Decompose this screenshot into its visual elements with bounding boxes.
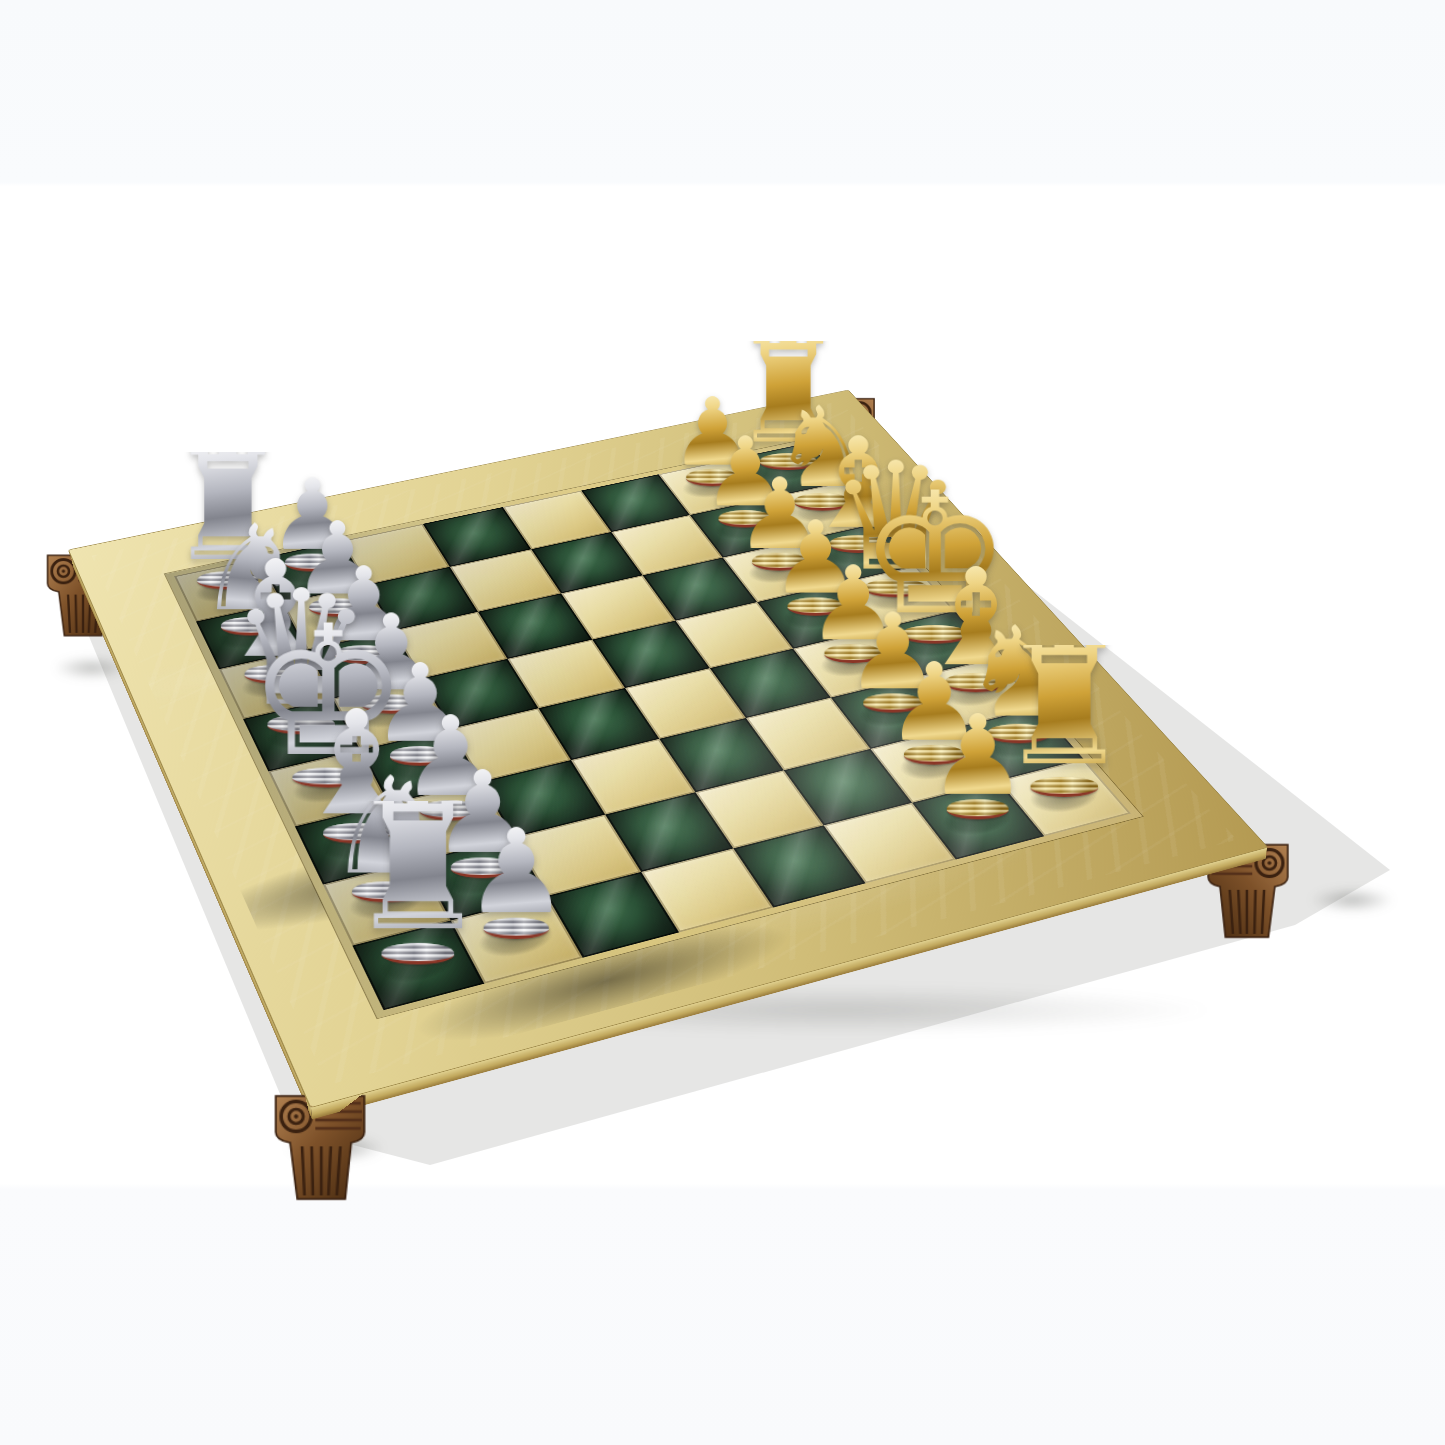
chess-glyph-pawn: ♟ [928, 704, 1027, 809]
studio-backdrop: ♜♟♞♟♝♟♟♜♛♟♟♞♚♟♟♝♝♟♟♛♞♟♟♚♜♟♟♝♟♞♟♜ [0, 0, 1445, 1445]
chess-glyph-rook: ♜ [348, 772, 488, 953]
silver-rook-h1: ♜ [321, 801, 514, 964]
square-g4 [605, 792, 733, 872]
square-f4 [571, 739, 695, 815]
square-g5 [695, 770, 823, 848]
gold-pawn-h7: ♟ [887, 702, 1068, 819]
scene: ♜♟♞♟♝♟♟♜♛♟♟♞♚♟♟♝♝♟♟♛♞♟♟♚♜♟♟♝♟♞♟♜ [0, 0, 1445, 1445]
chess-board: ♜♟♞♟♝♟♟♜♛♟♟♞♚♟♟♝♝♟♟♛♞♟♟♚♜♟♟♝♟♞♟♜ [69, 390, 1267, 1107]
